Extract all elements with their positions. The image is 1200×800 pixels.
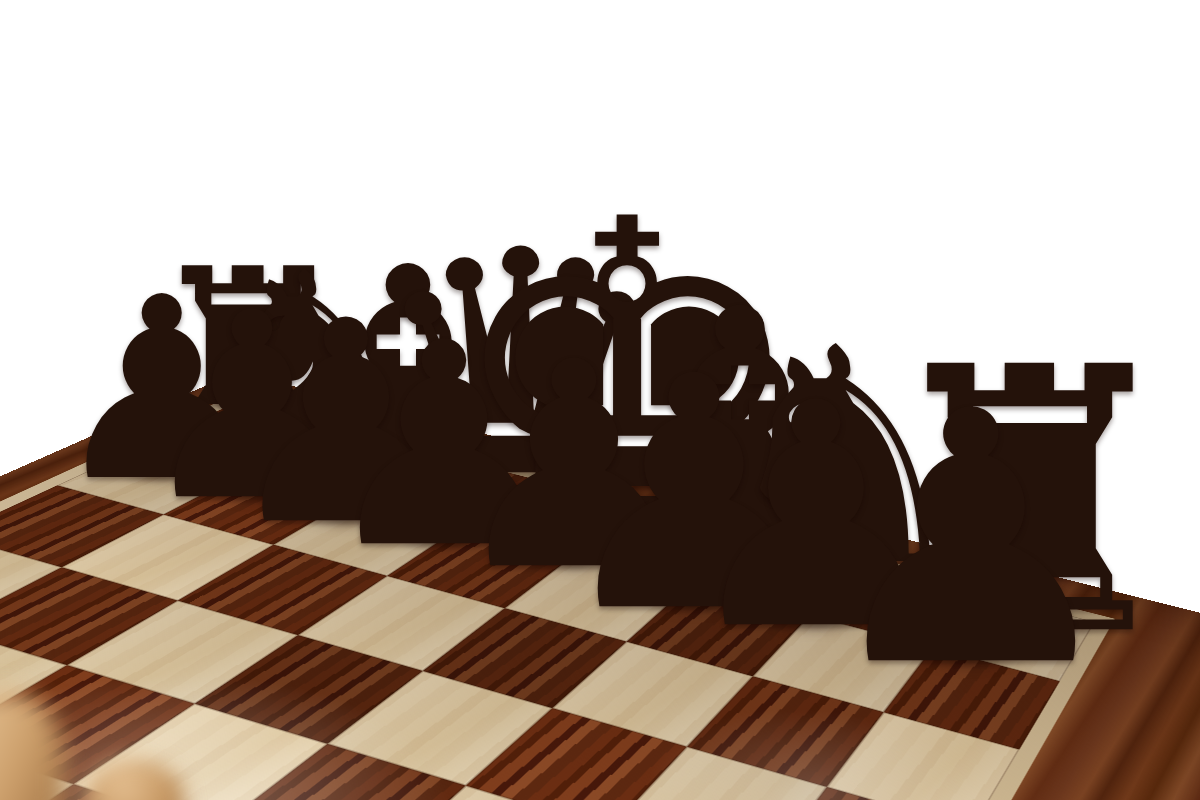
chess-set-photo: ♜♞♝♟♛♟♚♟♝♟♞♟♟♟♜♟: [0, 0, 1200, 800]
pieces-layer: ♜♞♝♟♛♟♚♟♝♟♞♟♟♟♜♟: [0, 0, 1200, 800]
black-pawn-h7: ♟: [815, 366, 1127, 714]
